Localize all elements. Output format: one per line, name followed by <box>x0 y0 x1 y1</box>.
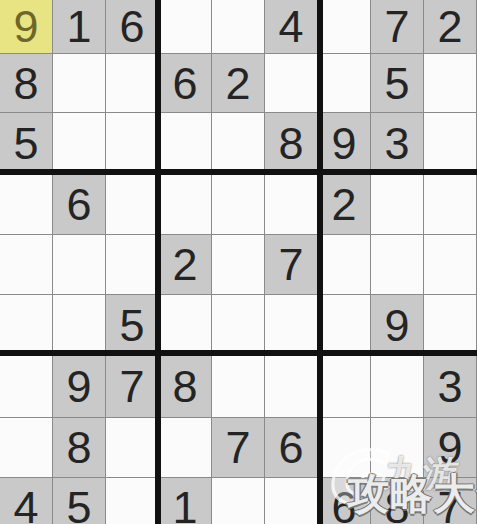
cell-r6c8[interactable]: 9 <box>371 295 424 356</box>
cell-r8c4[interactable] <box>159 418 212 478</box>
cell-r1c7[interactable] <box>318 0 371 54</box>
cell-r4c9[interactable] <box>424 174 477 235</box>
cell-r6c1[interactable] <box>0 295 53 356</box>
cell-r1c5[interactable] <box>212 0 265 54</box>
cell-r4c7[interactable]: 2 <box>318 174 371 235</box>
cell-r3c9[interactable] <box>424 113 477 174</box>
cell-r8c1[interactable] <box>0 418 53 478</box>
cell-r9c7[interactable]: 6 <box>318 478 371 524</box>
cell-r6c5[interactable] <box>212 295 265 356</box>
cell-r3c2[interactable] <box>53 113 106 174</box>
cell-r1c8[interactable]: 7 <box>371 0 424 54</box>
cell-r2c8[interactable]: 5 <box>371 54 424 113</box>
cell-r5c6[interactable]: 7 <box>265 235 318 295</box>
cell-r4c8[interactable] <box>371 174 424 235</box>
cell-r2c4[interactable]: 6 <box>159 54 212 113</box>
cell-r8c3[interactable] <box>106 418 159 478</box>
cell-r3c7[interactable]: 9 <box>318 113 371 174</box>
cell-r6c3[interactable]: 5 <box>106 295 159 356</box>
cell-r7c9[interactable]: 3 <box>424 356 477 418</box>
cell-r3c6[interactable]: 8 <box>265 113 318 174</box>
cell-r5c4[interactable]: 2 <box>159 235 212 295</box>
cell-r5c1[interactable] <box>0 235 53 295</box>
box-border-vertical-1 <box>155 0 161 524</box>
cell-r7c6[interactable] <box>265 356 318 418</box>
cell-r5c9[interactable] <box>424 235 477 295</box>
cell-r9c3[interactable] <box>106 478 159 524</box>
cell-r2c7[interactable] <box>318 54 371 113</box>
cell-r3c8[interactable]: 3 <box>371 113 424 174</box>
cell-r8c9[interactable]: 9 <box>424 418 477 478</box>
cell-r7c8[interactable] <box>371 356 424 418</box>
cell-r9c5[interactable] <box>212 478 265 524</box>
cell-r4c3[interactable] <box>106 174 159 235</box>
cell-r9c9[interactable]: 7 <box>424 478 477 524</box>
cell-r9c8[interactable]: 8 <box>371 478 424 524</box>
cell-r5c8[interactable] <box>371 235 424 295</box>
cell-r3c4[interactable] <box>159 113 212 174</box>
cell-r7c1[interactable] <box>0 356 53 418</box>
cell-r8c6[interactable]: 6 <box>265 418 318 478</box>
cell-r7c7[interactable] <box>318 356 371 418</box>
cell-r7c2[interactable]: 9 <box>53 356 106 418</box>
cell-r4c2[interactable]: 6 <box>53 174 106 235</box>
sudoku-screen: 9164728625589362275997838769451687 G 九游 … <box>0 0 477 524</box>
cell-r2c3[interactable] <box>106 54 159 113</box>
cell-r6c6[interactable] <box>265 295 318 356</box>
box-border-horizontal-2 <box>0 350 477 356</box>
cell-r6c4[interactable] <box>159 295 212 356</box>
box-border-horizontal-1 <box>0 169 477 175</box>
cell-r2c9[interactable] <box>424 54 477 113</box>
cell-r2c5[interactable]: 2 <box>212 54 265 113</box>
cell-r7c5[interactable] <box>212 356 265 418</box>
cell-r9c1[interactable]: 4 <box>0 478 53 524</box>
cell-r6c9[interactable] <box>424 295 477 356</box>
cell-r3c3[interactable] <box>106 113 159 174</box>
cell-r8c5[interactable]: 7 <box>212 418 265 478</box>
cell-r5c7[interactable] <box>318 235 371 295</box>
cell-r4c5[interactable] <box>212 174 265 235</box>
cell-r1c3[interactable]: 6 <box>106 0 159 54</box>
cell-r5c5[interactable] <box>212 235 265 295</box>
cell-r3c5[interactable] <box>212 113 265 174</box>
cell-r9c2[interactable]: 5 <box>53 478 106 524</box>
cell-r7c4[interactable]: 8 <box>159 356 212 418</box>
cell-r4c1[interactable] <box>0 174 53 235</box>
cell-r5c3[interactable] <box>106 235 159 295</box>
cell-r2c2[interactable] <box>53 54 106 113</box>
cell-r2c1[interactable]: 8 <box>0 54 53 113</box>
sudoku-board: 9164728625589362275997838769451687 <box>0 0 477 524</box>
cell-r3c1[interactable]: 5 <box>0 113 53 174</box>
box-border-vertical-2 <box>317 0 323 524</box>
cell-r8c2[interactable]: 8 <box>53 418 106 478</box>
cell-r7c3[interactable]: 7 <box>106 356 159 418</box>
cell-r4c4[interactable] <box>159 174 212 235</box>
cell-r9c4[interactable]: 1 <box>159 478 212 524</box>
cell-r1c2[interactable]: 1 <box>53 0 106 54</box>
cell-r8c8[interactable] <box>371 418 424 478</box>
cell-r8c7[interactable] <box>318 418 371 478</box>
cell-r1c9[interactable]: 2 <box>424 0 477 54</box>
cell-r4c6[interactable] <box>265 174 318 235</box>
cell-r6c7[interactable] <box>318 295 371 356</box>
cell-r6c2[interactable] <box>53 295 106 356</box>
cell-r1c4[interactable] <box>159 0 212 54</box>
cell-r5c2[interactable] <box>53 235 106 295</box>
cell-r1c1[interactable]: 9 <box>0 0 53 54</box>
cell-r2c6[interactable] <box>265 54 318 113</box>
cell-r9c6[interactable] <box>265 478 318 524</box>
cell-r1c6[interactable]: 4 <box>265 0 318 54</box>
